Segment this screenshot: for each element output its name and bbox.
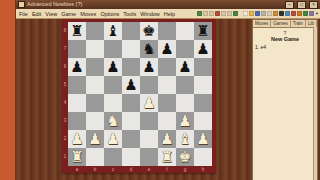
piece-black-king[interactable]: ♚	[140, 22, 158, 40]
nav-first-icon[interactable]	[203, 11, 208, 16]
piece-white-pawn[interactable]: ♟	[176, 112, 194, 130]
square-g4[interactable]	[176, 94, 194, 112]
square-h8[interactable]: ♜	[194, 22, 212, 40]
menu-bar: FileEditViewGameMovesOptionsToolsWindowH…	[16, 9, 320, 19]
piece-black-rook[interactable]: ♜	[68, 22, 86, 40]
file-label-d: d	[122, 166, 140, 173]
piece-black-bishop[interactable]: ♝	[104, 22, 122, 40]
open-file-icon[interactable]	[249, 11, 254, 16]
square-c2[interactable]: ♟	[104, 130, 122, 148]
toolbar-action-group	[243, 11, 314, 16]
piece-black-pawn[interactable]: ♟	[176, 58, 194, 76]
game-side-panel: MovesGamesTrainLib ? New Game 1. e4	[252, 19, 318, 180]
app-icon	[18, 1, 25, 8]
copy-icon[interactable]	[267, 11, 272, 16]
file-labels: abcdefgh	[68, 166, 212, 173]
maximize-button[interactable]: □	[297, 1, 306, 9]
square-b5[interactable]	[86, 76, 104, 94]
panel-scrollbar[interactable]	[313, 27, 317, 180]
square-e2[interactable]	[140, 130, 158, 148]
square-f7[interactable]: ♟	[158, 40, 176, 58]
piece-black-knight[interactable]: ♞	[140, 40, 158, 58]
square-d8[interactable]	[122, 22, 140, 40]
square-e8[interactable]: ♚	[140, 22, 158, 40]
panel-tab-strip: MovesGamesTrainLib	[253, 20, 317, 28]
tab-games[interactable]: Games	[271, 20, 291, 27]
board-flip-icon[interactable]	[197, 11, 202, 16]
database-icon[interactable]	[285, 11, 290, 16]
close-button[interactable]: ×	[309, 1, 318, 9]
menu-tools[interactable]: Tools	[123, 11, 136, 17]
square-d4[interactable]	[122, 94, 140, 112]
file-label-e: e	[140, 166, 158, 173]
paste-icon[interactable]	[273, 11, 278, 16]
piece-white-rook[interactable]: ♜	[68, 148, 86, 166]
toolbar-overflow-icon[interactable]: ▾	[316, 11, 318, 16]
piece-black-pawn[interactable]: ♟	[140, 58, 158, 76]
square-d6[interactable]	[122, 58, 140, 76]
square-c3[interactable]: ♞	[104, 112, 122, 130]
file-label-f: f	[158, 166, 176, 173]
square-c7[interactable]	[104, 40, 122, 58]
menu-moves[interactable]: Moves	[80, 11, 96, 17]
square-b1[interactable]	[86, 148, 104, 166]
square-f4[interactable]	[158, 94, 176, 112]
square-g7[interactable]	[176, 40, 194, 58]
square-g5[interactable]	[176, 76, 194, 94]
square-a6[interactable]: ♟	[68, 58, 86, 76]
square-f3[interactable]	[158, 112, 176, 130]
engine-go-icon[interactable]	[233, 11, 238, 16]
square-d1[interactable]	[122, 148, 140, 166]
square-b7[interactable]	[86, 40, 104, 58]
nav-last-icon[interactable]	[227, 11, 232, 16]
minimize-button[interactable]: –	[285, 1, 294, 9]
menu-bar-items: FileEditViewGameMovesOptionsToolsWindowH…	[19, 11, 179, 17]
square-f1[interactable]: ♜	[158, 148, 176, 166]
piece-white-pawn[interactable]: ♟	[104, 130, 122, 148]
piece-white-pawn[interactable]: ♟	[68, 130, 86, 148]
square-g3[interactable]: ♟	[176, 112, 194, 130]
square-h7[interactable]: ♟	[194, 40, 212, 58]
square-a4[interactable]	[68, 94, 86, 112]
piece-white-pawn[interactable]: ♟	[86, 130, 104, 148]
chess-board[interactable]: ♜♝♚♜♞♟♟♟♟♟♟♟♟♞♟♟♟♟♟♝♟♜♜♚	[68, 22, 212, 166]
nav-stop-icon[interactable]	[215, 11, 220, 16]
piece-white-bishop[interactable]: ♝	[176, 130, 194, 148]
square-f5[interactable]	[158, 76, 176, 94]
square-h2[interactable]: ♟	[194, 130, 212, 148]
square-e1[interactable]	[140, 148, 158, 166]
square-h5[interactable]	[194, 76, 212, 94]
square-b8[interactable]	[86, 22, 104, 40]
square-a2[interactable]: ♟	[68, 130, 86, 148]
square-g6[interactable]: ♟	[176, 58, 194, 76]
piece-white-king[interactable]: ♚	[176, 148, 194, 166]
square-f8[interactable]	[158, 22, 176, 40]
file-label-c: c	[104, 166, 122, 173]
menu-edit[interactable]: Edit	[32, 11, 41, 17]
menu-options[interactable]: Options	[100, 11, 119, 17]
piece-black-pawn[interactable]: ♟	[194, 40, 212, 58]
piece-black-rook[interactable]: ♜	[194, 22, 212, 40]
tab-moves[interactable]: Moves	[253, 20, 271, 27]
move-list[interactable]: 1. e4	[253, 42, 317, 52]
square-a3[interactable]	[68, 112, 86, 130]
setup-position-icon[interactable]	[279, 11, 284, 16]
toolbar: ▾	[197, 11, 318, 16]
square-e6[interactable]: ♟	[140, 58, 158, 76]
square-h3[interactable]	[194, 112, 212, 130]
print-icon[interactable]	[261, 11, 266, 16]
save-icon[interactable]	[255, 11, 260, 16]
file-label-h: h	[194, 166, 212, 173]
square-d7[interactable]	[122, 40, 140, 58]
square-d2[interactable]	[122, 130, 140, 148]
square-e5[interactable]	[140, 76, 158, 94]
nav-prev-icon[interactable]	[209, 11, 214, 16]
menu-help[interactable]: Help	[164, 11, 175, 17]
analysis-icon[interactable]	[303, 11, 308, 16]
window-title: Advanced Newbies (?)	[27, 0, 282, 9]
title-bar: Advanced Newbies (?) – □ ×	[16, 0, 320, 9]
square-g2[interactable]: ♝	[176, 130, 194, 148]
square-f6[interactable]	[158, 58, 176, 76]
piece-black-pawn[interactable]: ♟	[68, 58, 86, 76]
square-e3[interactable]	[140, 112, 158, 130]
square-d3[interactable]	[122, 112, 140, 130]
board-frame: 87654321 ♜♝♚♜♞♟♟♟♟♟♟♟♟♞♟♟♟♟♟♝♟♜♜♚ abcdef…	[62, 19, 216, 173]
piece-white-pawn[interactable]: ♟	[158, 130, 176, 148]
piece-black-pawn[interactable]: ♟	[104, 58, 122, 76]
piece-white-pawn[interactable]: ♟	[194, 130, 212, 148]
file-label-a: a	[68, 166, 86, 173]
square-b3[interactable]	[86, 112, 104, 130]
file-label-g: g	[176, 166, 194, 173]
chess-app-window: Advanced Newbies (?) – □ × FileEditViewG…	[16, 0, 320, 180]
menu-window[interactable]: Window	[140, 11, 160, 17]
panel-header: ? New Game	[253, 28, 317, 42]
menu-view[interactable]: View	[45, 11, 57, 17]
training-icon[interactable]	[297, 11, 302, 16]
square-c8[interactable]: ♝	[104, 22, 122, 40]
tab-lib[interactable]: Lib	[306, 20, 317, 27]
square-e7[interactable]: ♞	[140, 40, 158, 58]
square-a5[interactable]	[68, 76, 86, 94]
toolbar-nav-group	[197, 11, 238, 16]
piece-black-pawn[interactable]: ♟	[158, 40, 176, 58]
square-d5[interactable]: ♟	[122, 76, 140, 94]
square-a8[interactable]: ♜	[68, 22, 86, 40]
square-a7[interactable]	[68, 40, 86, 58]
main-area: 87654321 ♜♝♚♜♞♟♟♟♟♟♟♟♟♞♟♟♟♟♟♝♟♜♜♚ abcdef…	[16, 19, 320, 180]
square-a1[interactable]: ♜	[68, 148, 86, 166]
square-h6[interactable]	[194, 58, 212, 76]
new-game-icon[interactable]	[243, 11, 248, 16]
square-f2[interactable]: ♟	[158, 130, 176, 148]
square-b6[interactable]	[86, 58, 104, 76]
menu-game[interactable]: Game	[61, 11, 76, 17]
square-g8[interactable]	[176, 22, 194, 40]
nav-next-icon[interactable]	[221, 11, 226, 16]
square-g1[interactable]: ♚	[176, 148, 194, 166]
piece-black-pawn[interactable]: ♟	[122, 76, 140, 94]
square-c6[interactable]: ♟	[104, 58, 122, 76]
piece-white-knight[interactable]: ♞	[104, 112, 122, 130]
opening-book-icon[interactable]	[291, 11, 296, 16]
menu-file[interactable]: File	[19, 11, 28, 17]
square-c1[interactable]	[104, 148, 122, 166]
square-e4[interactable]: ♟	[140, 94, 158, 112]
square-b2[interactable]: ♟	[86, 130, 104, 148]
square-c4[interactable]	[104, 94, 122, 112]
square-b4[interactable]	[86, 94, 104, 112]
square-h1[interactable]	[194, 148, 212, 166]
square-h4[interactable]	[194, 94, 212, 112]
settings-icon[interactable]	[309, 11, 314, 16]
square-c5[interactable]	[104, 76, 122, 94]
file-label-b: b	[86, 166, 104, 173]
piece-white-rook[interactable]: ♜	[158, 148, 176, 166]
tab-train[interactable]: Train	[291, 20, 306, 27]
piece-white-pawn[interactable]: ♟	[140, 94, 158, 112]
